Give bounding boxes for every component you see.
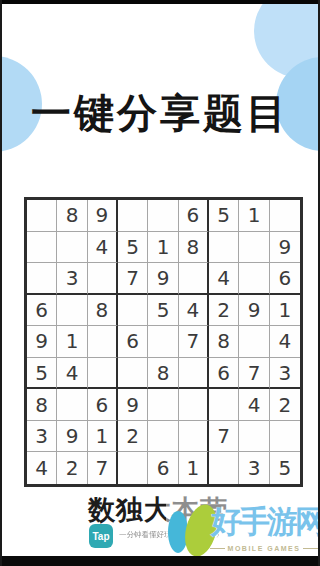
sudoku-cell-r1c5[interactable]	[148, 200, 178, 232]
sudoku-cell-r3c2[interactable]: 3	[57, 263, 87, 295]
sudoku-cell-r6c2[interactable]: 4	[57, 358, 87, 390]
sudoku-cell-r9c7[interactable]	[209, 452, 239, 484]
sudoku-cell-r2c9[interactable]: 9	[270, 232, 300, 264]
sudoku-cell-r9c4[interactable]	[118, 452, 148, 484]
sudoku-cell-r3c6[interactable]	[179, 263, 209, 295]
sudoku-cell-r8c6[interactable]	[179, 421, 209, 453]
sudoku-cell-r3c1[interactable]	[27, 263, 57, 295]
sudoku-cell-r3c5[interactable]: 9	[148, 263, 178, 295]
sudoku-cell-r5c9[interactable]: 4	[270, 326, 300, 358]
sudoku-cell-r8c5[interactable]	[148, 421, 178, 453]
sudoku-cell-r5c5[interactable]	[148, 326, 178, 358]
sudoku-cell-r5c3[interactable]	[88, 326, 118, 358]
sudoku-cell-r4c1[interactable]: 6	[27, 295, 57, 327]
sudoku-cell-r4c2[interactable]	[57, 295, 87, 327]
left-edge-bar	[0, 0, 2, 566]
sudoku-cell-r1c1[interactable]	[27, 200, 57, 232]
sudoku-cell-r9c9[interactable]: 5	[270, 452, 300, 484]
sudoku-cell-r8c7[interactable]: 7	[209, 421, 239, 453]
sudoku-cell-r2c5[interactable]: 1	[148, 232, 178, 264]
sudoku-cell-r8c1[interactable]: 3	[27, 421, 57, 453]
sudoku-cell-r4c3[interactable]: 8	[88, 295, 118, 327]
sudoku-cell-r4c9[interactable]: 1	[270, 295, 300, 327]
sudoku-cell-r7c9[interactable]: 2	[270, 389, 300, 421]
sudoku-cell-r6c9[interactable]: 3	[270, 358, 300, 390]
sudoku-cell-r7c6[interactable]	[179, 389, 209, 421]
sudoku-cell-r1c6[interactable]: 6	[179, 200, 209, 232]
sudoku-cell-r7c1[interactable]: 8	[27, 389, 57, 421]
sudoku-cell-r2c3[interactable]: 4	[88, 232, 118, 264]
watermark-subtitle-row: MOBILE GAMES	[210, 545, 318, 552]
sudoku-grid: 8965145189379466854291916784548673869423…	[24, 197, 303, 487]
sudoku-cell-r4c5[interactable]: 5	[148, 295, 178, 327]
sudoku-cell-r2c2[interactable]	[57, 232, 87, 264]
sudoku-cell-r1c4[interactable]	[118, 200, 148, 232]
sudoku-cell-r3c3[interactable]	[88, 263, 118, 295]
sudoku-cell-r2c6[interactable]: 8	[179, 232, 209, 264]
sudoku-cell-r6c6[interactable]	[179, 358, 209, 390]
sudoku-cell-r7c4[interactable]: 9	[118, 389, 148, 421]
sudoku-cell-r6c1[interactable]: 5	[27, 358, 57, 390]
sudoku-cell-r1c3[interactable]: 9	[88, 200, 118, 232]
sudoku-cell-r5c7[interactable]: 8	[209, 326, 239, 358]
sudoku-cell-r2c1[interactable]	[27, 232, 57, 264]
watermark-dash-right	[303, 548, 318, 549]
sudoku-cell-r7c2[interactable]	[57, 389, 87, 421]
sudoku-cell-r6c4[interactable]	[118, 358, 148, 390]
sudoku-cell-r7c8[interactable]: 4	[239, 389, 269, 421]
sudoku-cell-r7c3[interactable]: 6	[88, 389, 118, 421]
sudoku-cell-r2c7[interactable]	[209, 232, 239, 264]
sudoku-cell-r2c4[interactable]: 5	[118, 232, 148, 264]
sudoku-cell-r4c8[interactable]: 9	[239, 295, 269, 327]
sudoku-cell-r9c3[interactable]: 7	[88, 452, 118, 484]
sudoku-cell-r5c2[interactable]: 1	[57, 326, 87, 358]
sudoku-cell-r7c5[interactable]	[148, 389, 178, 421]
sudoku-cell-r5c4[interactable]: 6	[118, 326, 148, 358]
sudoku-cell-r8c9[interactable]	[270, 421, 300, 453]
sudoku-cell-r9c6[interactable]: 1	[179, 452, 209, 484]
sudoku-cell-r8c2[interactable]: 9	[57, 421, 87, 453]
sudoku-cell-r1c7[interactable]: 5	[209, 200, 239, 232]
watermark-dash-left	[210, 548, 225, 549]
sudoku-cell-r6c3[interactable]	[88, 358, 118, 390]
sudoku-cell-r7c7[interactable]	[209, 389, 239, 421]
sudoku-cell-r9c8[interactable]: 3	[239, 452, 269, 484]
sudoku-cell-r6c8[interactable]: 7	[239, 358, 269, 390]
page-title: 一键分享题目	[0, 86, 320, 141]
sudoku-cell-r4c4[interactable]	[118, 295, 148, 327]
watermark-site-name: 好手游网	[211, 501, 320, 543]
sudoku-cell-r5c8[interactable]	[239, 326, 269, 358]
sudoku-cell-r4c7[interactable]: 2	[209, 295, 239, 327]
sudoku-cell-r5c1[interactable]: 9	[27, 326, 57, 358]
sudoku-cell-r1c8[interactable]: 1	[239, 200, 269, 232]
share-card: 一键分享题目 896514518937946685429191678454867…	[0, 0, 320, 566]
top-letterbox-bar	[0, 0, 320, 4]
sudoku-cell-r1c9[interactable]	[270, 200, 300, 232]
sudoku-cell-r8c3[interactable]: 1	[88, 421, 118, 453]
sudoku-cell-r6c5[interactable]: 8	[148, 358, 178, 390]
sudoku-cell-r6c7[interactable]: 6	[209, 358, 239, 390]
sudoku-cell-r3c4[interactable]: 7	[118, 263, 148, 295]
watermark-subtitle: MOBILE GAMES	[228, 545, 301, 552]
sudoku-cell-r5c6[interactable]: 7	[179, 326, 209, 358]
sudoku-cell-r3c9[interactable]: 6	[270, 263, 300, 295]
sudoku-cell-r1c2[interactable]: 8	[57, 200, 87, 232]
sudoku-cell-r2c8[interactable]	[239, 232, 269, 264]
sudoku-cell-r9c5[interactable]: 6	[148, 452, 178, 484]
sudoku-cell-r8c8[interactable]	[239, 421, 269, 453]
taptap-logo-icon: Tap	[89, 524, 113, 548]
sudoku-cell-r8c4[interactable]: 2	[118, 421, 148, 453]
sudoku-cell-r9c1[interactable]: 4	[27, 452, 57, 484]
sudoku-cell-r9c2[interactable]: 2	[57, 452, 87, 484]
sudoku-cell-r3c8[interactable]	[239, 263, 269, 295]
bottom-letterbox-bar	[0, 556, 320, 566]
sudoku-cell-r4c6[interactable]: 4	[179, 295, 209, 327]
sudoku-cell-r3c7[interactable]: 4	[209, 263, 239, 295]
